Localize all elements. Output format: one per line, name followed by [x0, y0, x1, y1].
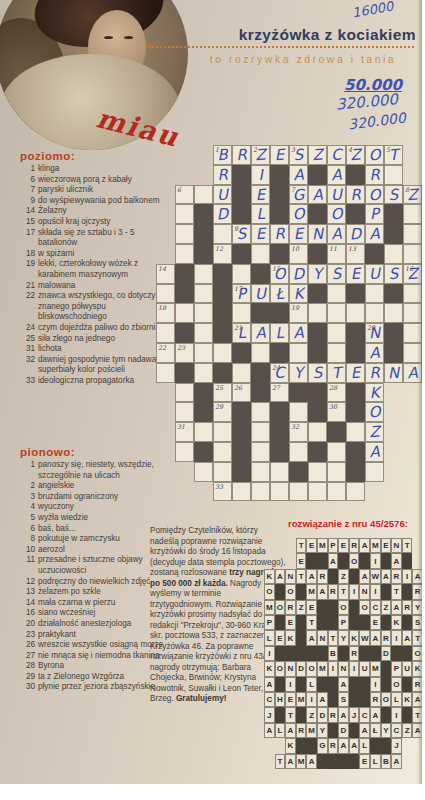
- grid-cell[interactable]: 19: [289, 303, 308, 323]
- solution-cell: R: [381, 630, 392, 645]
- grid-cell[interactable]: D: [289, 264, 308, 284]
- clue-number: 28: [20, 661, 38, 672]
- solution-cell: J: [264, 707, 275, 722]
- solution-black-cell: [402, 677, 413, 692]
- solution-cell: R: [391, 569, 402, 584]
- grid-cell[interactable]: [232, 264, 251, 284]
- grid-cell[interactable]: P: [365, 204, 384, 224]
- clue-number: 11: [20, 555, 38, 576]
- cell-number: 18: [158, 304, 166, 311]
- grid-cell[interactable]: [251, 442, 270, 462]
- grid-cell[interactable]: [175, 402, 194, 422]
- solution-cell: N: [359, 584, 370, 599]
- black-cell: [194, 442, 213, 462]
- grid-cell[interactable]: [232, 363, 251, 383]
- black-cell: [175, 323, 194, 343]
- grid-cell[interactable]: [289, 442, 308, 462]
- clue-text: lekki, czterokołowy wózek z karabinem ma…: [38, 259, 172, 280]
- solution-cell: A: [285, 754, 296, 769]
- grid-cell[interactable]: [194, 284, 213, 304]
- grid-cell[interactable]: [175, 303, 194, 323]
- clue-text: składa się ze sztabu i 3 - 5 batalionów: [38, 228, 172, 249]
- grid-cell[interactable]: 3S: [289, 145, 308, 165]
- dotted-leader-line: [152, 46, 414, 48]
- solution-cell: N: [338, 661, 349, 676]
- cell-number: 14: [158, 265, 166, 272]
- solution-black-cell: [349, 692, 360, 707]
- grid-cell[interactable]: [213, 442, 232, 462]
- solution-cell: K: [349, 630, 360, 645]
- solution-cell: E: [296, 553, 307, 568]
- grid-cell[interactable]: [156, 323, 175, 343]
- grid-cell[interactable]: R: [232, 145, 251, 165]
- grid-cell[interactable]: 5T: [384, 145, 403, 165]
- handwritten-letter: A: [289, 165, 307, 184]
- solution-cell: T: [328, 630, 339, 645]
- clue-text: paryski ulicznik: [38, 185, 172, 196]
- grid-cell[interactable]: 2Z: [251, 145, 270, 165]
- grid-cell[interactable]: 29: [213, 402, 232, 422]
- solution-cell: L: [306, 677, 317, 692]
- grid-cell[interactable]: E: [270, 145, 289, 165]
- grid-cell[interactable]: C: [327, 145, 346, 165]
- grid-cell[interactable]: 4Z: [346, 145, 365, 165]
- clue-number: 30: [20, 682, 38, 693]
- solution-black-cell: [338, 754, 349, 769]
- grid-cell[interactable]: O: [365, 402, 384, 422]
- grid-cell[interactable]: Ł: [270, 284, 289, 304]
- clue-item: 7paryski ulicznik: [20, 185, 172, 196]
- black-cell: [346, 165, 365, 185]
- solution-cell: R: [328, 584, 339, 599]
- handwritten-letter: U: [365, 264, 383, 283]
- grid-cell[interactable]: Z: [308, 145, 327, 165]
- grid-cell[interactable]: [365, 303, 384, 323]
- page-subtitle: to rozrywka zdrowa i tania: [190, 53, 416, 65]
- grid-cell[interactable]: S: [327, 264, 346, 284]
- clue-text: wyuczony: [38, 502, 172, 513]
- grid-cell[interactable]: K: [289, 284, 308, 304]
- solution-cell: Z: [402, 723, 413, 738]
- grid-cell[interactable]: O: [289, 204, 308, 224]
- grid-cell[interactable]: Y: [308, 264, 327, 284]
- solution-cell: J: [391, 738, 402, 753]
- grid-cell[interactable]: [175, 244, 194, 264]
- solution-cell: O: [275, 600, 286, 615]
- grid-cell[interactable]: [327, 323, 346, 343]
- grid-cell[interactable]: U: [251, 284, 270, 304]
- grid-cell[interactable]: 10: [289, 244, 308, 264]
- grid-cell[interactable]: 22: [156, 343, 175, 363]
- solution-black-cell: [275, 584, 286, 599]
- solution-cell: L: [391, 692, 402, 707]
- grid-cell[interactable]: [308, 462, 327, 482]
- solution-cell: M: [264, 600, 275, 615]
- solution-black-cell: [317, 600, 328, 615]
- grid-cell[interactable]: [346, 303, 365, 323]
- solution-cell: R: [370, 692, 381, 707]
- solution-black-cell: [328, 723, 339, 738]
- grid-cell[interactable]: S: [308, 363, 327, 383]
- clue-number: 26: [20, 640, 38, 651]
- grid-cell[interactable]: D: [213, 204, 232, 224]
- clue-text: opuścił kraj ojczysty: [38, 217, 172, 228]
- grid-cell[interactable]: [194, 462, 213, 482]
- grid-cell[interactable]: [270, 482, 289, 502]
- grid-cell[interactable]: N: [384, 363, 403, 383]
- grid-cell[interactable]: [270, 462, 289, 482]
- grid-cell[interactable]: O: [365, 145, 384, 165]
- clue-text: lichota: [38, 344, 172, 355]
- handwritten-letter: E: [270, 145, 288, 164]
- grid-cell[interactable]: 18: [156, 303, 175, 323]
- grid-cell[interactable]: [156, 284, 175, 304]
- grid-cell[interactable]: [251, 422, 270, 442]
- grid-cell[interactable]: R: [365, 363, 384, 383]
- grid-cell[interactable]: [194, 323, 213, 343]
- black-cell: [270, 204, 289, 224]
- black-cell: [308, 323, 327, 343]
- black-cell: [213, 284, 232, 304]
- grid-cell[interactable]: A: [308, 185, 327, 205]
- handwritten-letter: A: [251, 324, 269, 343]
- grid-cell[interactable]: [213, 462, 232, 482]
- grid-cell[interactable]: [251, 402, 270, 422]
- solution-cell: R: [349, 538, 360, 553]
- grid-cell[interactable]: [175, 204, 194, 224]
- clue-text: klinga: [38, 164, 172, 175]
- solution-cell: T: [306, 615, 317, 630]
- grid-cell[interactable]: K: [365, 383, 384, 403]
- grid-cell[interactable]: R: [270, 224, 289, 244]
- grid-cell[interactable]: Z: [365, 422, 384, 442]
- clue-number: 8: [20, 534, 38, 545]
- grid-cell[interactable]: D: [346, 224, 365, 244]
- grid-cell[interactable]: [289, 343, 308, 363]
- clue-number: 18: [20, 249, 38, 260]
- grid-cell[interactable]: 32: [289, 422, 308, 442]
- solution-cell: O: [306, 661, 317, 676]
- grid-cell[interactable]: [384, 244, 403, 264]
- grid-cell[interactable]: 30: [327, 402, 346, 422]
- handwritten-letter: Z: [308, 145, 326, 164]
- black-cell: [270, 402, 289, 422]
- grid-cell[interactable]: 6: [175, 185, 194, 205]
- grid-cell[interactable]: 1B: [213, 145, 232, 165]
- grid-cell[interactable]: 24C: [270, 363, 289, 383]
- grid-cell[interactable]: S: [384, 185, 403, 205]
- clue-number: 32: [20, 355, 38, 376]
- solution-black-cell: [349, 615, 360, 630]
- grid-cell[interactable]: R: [213, 165, 232, 185]
- grid-cell[interactable]: A: [289, 323, 308, 343]
- cell-number: 19: [291, 304, 299, 311]
- grid-cell[interactable]: L: [251, 204, 270, 224]
- black-cell: [384, 204, 403, 224]
- solution-black-cell: [402, 584, 413, 599]
- clue-text: siła złego na jednego: [38, 334, 172, 345]
- handwritten-letter: B: [213, 145, 231, 164]
- handwritten-letter: R: [213, 165, 231, 184]
- grid-cell[interactable]: O: [327, 204, 346, 224]
- solution-black-cell: [317, 677, 328, 692]
- solution-cell: A: [402, 630, 413, 645]
- grid-cell[interactable]: [213, 343, 232, 363]
- grid-cell[interactable]: [308, 303, 327, 323]
- black-cell: [232, 204, 251, 224]
- black-cell: [213, 363, 232, 383]
- black-cell: [194, 204, 213, 224]
- clue-number: 21: [20, 281, 38, 292]
- clue-text: malowana: [38, 281, 172, 292]
- grid-cell[interactable]: 9S: [232, 224, 251, 244]
- grid-cell[interactable]: [289, 482, 308, 502]
- grid-cell[interactable]: [327, 462, 346, 482]
- clue-number: 7: [20, 185, 38, 196]
- grid-cell[interactable]: 28: [327, 383, 346, 403]
- grid-cell[interactable]: [384, 165, 403, 185]
- black-cell: [308, 204, 327, 224]
- cell-number: 23: [177, 344, 185, 351]
- grid-cell[interactable]: E: [251, 185, 270, 205]
- clue-number: 25: [20, 334, 38, 345]
- solution-cell: A: [317, 692, 328, 707]
- grid-cell[interactable]: U: [365, 264, 384, 284]
- solution-cell: A: [306, 630, 317, 645]
- solution-cell: Z: [306, 707, 317, 722]
- solution-cell: E: [285, 692, 296, 707]
- grid-cell[interactable]: E: [346, 264, 365, 284]
- solution-black-cell: [317, 553, 328, 568]
- grid-cell[interactable]: Y: [289, 363, 308, 383]
- grid-cell[interactable]: A: [365, 343, 384, 363]
- grid-cell[interactable]: [308, 422, 327, 442]
- grid-cell[interactable]: 31: [175, 422, 194, 442]
- grid-cell[interactable]: [327, 482, 346, 502]
- black-cell: [270, 422, 289, 442]
- grid-cell[interactable]: E: [289, 224, 308, 244]
- grid-cell[interactable]: S: [384, 264, 403, 284]
- handwritten-letter: S: [289, 145, 307, 164]
- grid-cell[interactable]: 25: [213, 383, 232, 403]
- handwritten-letter: Z: [251, 145, 269, 164]
- grid-cell[interactable]: [327, 284, 346, 304]
- black-cell: [194, 224, 213, 244]
- grid-cell[interactable]: [251, 482, 270, 502]
- grid-cell[interactable]: I: [251, 165, 270, 185]
- clue-item: 5wyżła wiedzie: [20, 513, 172, 524]
- grid-cell[interactable]: [194, 303, 213, 323]
- grid-cell[interactable]: [251, 462, 270, 482]
- grid-cell[interactable]: N: [308, 224, 327, 244]
- grid-cell[interactable]: [194, 343, 213, 363]
- grid-cell[interactable]: [365, 462, 384, 482]
- grid-cell[interactable]: [175, 383, 194, 403]
- grid-cell[interactable]: [232, 303, 251, 323]
- solution-black-cell: [359, 553, 370, 568]
- solution-black-cell: [275, 646, 286, 661]
- clue-number: 12: [20, 577, 38, 588]
- handwritten-letter: L: [232, 324, 250, 343]
- grid-cell[interactable]: 17P: [232, 284, 251, 304]
- handwritten-letter: A: [308, 185, 326, 204]
- solution-cell: N: [285, 661, 296, 676]
- black-cell: [270, 442, 289, 462]
- solution-cell: R: [285, 600, 296, 615]
- grid-cell[interactable]: O: [365, 185, 384, 205]
- grid-cell[interactable]: [194, 422, 213, 442]
- solution-cell: Y: [317, 723, 328, 738]
- cell-number: 22: [158, 344, 166, 351]
- solution-cell: M: [296, 754, 307, 769]
- clue-item: 17składa się ze sztabu i 3 - 5 batalionó…: [20, 228, 172, 249]
- grid-cell[interactable]: 23: [175, 343, 194, 363]
- solution-cell: C: [391, 723, 402, 738]
- grid-cell[interactable]: T: [327, 363, 346, 383]
- handwritten-letter: A: [327, 165, 345, 184]
- solution-cell: R: [296, 723, 307, 738]
- cell-number: 26: [234, 384, 242, 391]
- grid-cell[interactable]: U: [327, 185, 346, 205]
- grid-cell[interactable]: 13: [346, 244, 365, 264]
- grid-cell[interactable]: [384, 303, 403, 323]
- black-cell: [232, 165, 251, 185]
- solution-cell: A: [306, 754, 317, 769]
- grid-cell[interactable]: A: [251, 323, 270, 343]
- black-cell: [213, 323, 232, 343]
- grid-cell[interactable]: 21L: [232, 323, 251, 343]
- solution-black-cell: [349, 754, 360, 769]
- grid-cell[interactable]: U: [213, 185, 232, 205]
- solution-cell: I: [285, 677, 296, 692]
- solution-black-cell: [381, 677, 392, 692]
- grid-cell[interactable]: A: [365, 224, 384, 244]
- solution-cell: K: [264, 661, 275, 676]
- clue-item: 32dawniej gospodynie tym nadawały superb…: [20, 355, 172, 376]
- solution-cell: A: [370, 630, 381, 645]
- handwritten-letter: D: [213, 205, 231, 224]
- grid-cell[interactable]: 12: [213, 244, 232, 264]
- solution-black-cell: [402, 615, 413, 630]
- solution-cell: Z: [338, 569, 349, 584]
- grid-cell[interactable]: [365, 284, 384, 304]
- cell-number: 12: [215, 245, 223, 252]
- solution-cell: A: [359, 538, 370, 553]
- solution-cell: E: [359, 754, 370, 769]
- grid-cell[interactable]: [194, 264, 213, 284]
- handwritten-letter: U: [251, 284, 269, 303]
- grid-cell[interactable]: [251, 244, 270, 264]
- handwritten-letter: Z: [365, 423, 383, 442]
- grid-cell[interactable]: [308, 482, 327, 502]
- black-cell: [327, 422, 346, 442]
- grid-cell[interactable]: [327, 343, 346, 363]
- grid-cell[interactable]: A: [327, 224, 346, 244]
- grid-cell[interactable]: [175, 224, 194, 244]
- solution-cell: A: [285, 723, 296, 738]
- solution-black-cell: [328, 569, 339, 584]
- solution-cell: R: [328, 707, 339, 722]
- grid-cell[interactable]: [156, 363, 175, 383]
- grid-cell[interactable]: 11: [327, 244, 346, 264]
- grid-cell[interactable]: [213, 224, 232, 244]
- grid-cell[interactable]: [327, 303, 346, 323]
- solution-cell: H: [275, 692, 286, 707]
- clue-item: 2angielskie: [20, 481, 172, 492]
- black-cell: [175, 264, 194, 284]
- solution-black-cell: [349, 569, 360, 584]
- solution-cell: A: [391, 553, 402, 568]
- solution-cell: O: [285, 584, 296, 599]
- grid-cell[interactable]: [289, 402, 308, 422]
- solution-black-cell: [306, 738, 317, 753]
- solution-cell: I: [370, 677, 381, 692]
- solution-cell: I: [328, 661, 339, 676]
- grid-cell[interactable]: R: [365, 165, 384, 185]
- solution-cell: E: [306, 538, 317, 553]
- grid-cell[interactable]: [346, 482, 365, 502]
- solution-cell: M: [317, 661, 328, 676]
- page-title: krzyżówka z kociakiem: [150, 26, 416, 44]
- grid-cell[interactable]: A: [365, 442, 384, 462]
- grid-cell[interactable]: 7G: [289, 185, 308, 205]
- grid-cell[interactable]: A: [327, 165, 346, 185]
- grid-cell[interactable]: E: [251, 224, 270, 244]
- grid-cell[interactable]: 20N: [365, 323, 384, 343]
- clue-number: 17: [20, 228, 38, 249]
- black-cell: [384, 284, 403, 304]
- solution-cell: D: [338, 723, 349, 738]
- solution-cell: O: [275, 661, 286, 676]
- grid-cell[interactable]: L: [270, 323, 289, 343]
- grid-cell[interactable]: [213, 422, 232, 442]
- grid-cell[interactable]: A: [289, 165, 308, 185]
- grid-cell[interactable]: [194, 363, 213, 383]
- black-cell: [194, 402, 213, 422]
- solution-cell: S: [338, 692, 349, 707]
- handwritten-letter: R: [270, 225, 288, 244]
- grid-cell[interactable]: [327, 442, 346, 462]
- clue-text: ideologiczna propagatorka: [38, 376, 172, 387]
- solution-cell: C: [359, 707, 370, 722]
- grid-cell[interactable]: [232, 482, 251, 502]
- grid-cell[interactable]: [175, 442, 194, 462]
- grid-cell[interactable]: [346, 422, 365, 442]
- clue-number: 2: [20, 481, 38, 492]
- crossword-grid: 1BR2ZE3SZC4ZO5TRIAAR6UE7GAUROS8ZDLOOP9SE…: [156, 145, 424, 503]
- grid-cell[interactable]: 26: [232, 383, 251, 403]
- grid-cell[interactable]: 33: [213, 482, 232, 502]
- magazine-page: miau krzyżówka z kociakiem ◄ to rozrywka…: [0, 0, 425, 800]
- solution-black-cell: [402, 553, 413, 568]
- grid-cell[interactable]: 14: [156, 264, 175, 284]
- grid-cell[interactable]: R: [346, 185, 365, 205]
- black-cell: [346, 402, 365, 422]
- handwritten-letter: U: [327, 185, 345, 204]
- grid-cell[interactable]: [194, 185, 213, 205]
- grid-cell[interactable]: 27: [270, 383, 289, 403]
- grid-cell[interactable]: E: [346, 363, 365, 383]
- cell-number: 33: [215, 483, 223, 490]
- clue-item: 4wyuczony: [20, 502, 172, 513]
- solution-black-cell: [296, 677, 307, 692]
- grid-cell[interactable]: 15O: [270, 264, 289, 284]
- grid-cell[interactable]: [251, 343, 270, 363]
- solution-cell: A: [275, 569, 286, 584]
- solution-black-cell: [328, 615, 339, 630]
- black-cell: [346, 343, 365, 363]
- clue-text: czym dojeżdża paliwo do zbiorników: [38, 323, 172, 334]
